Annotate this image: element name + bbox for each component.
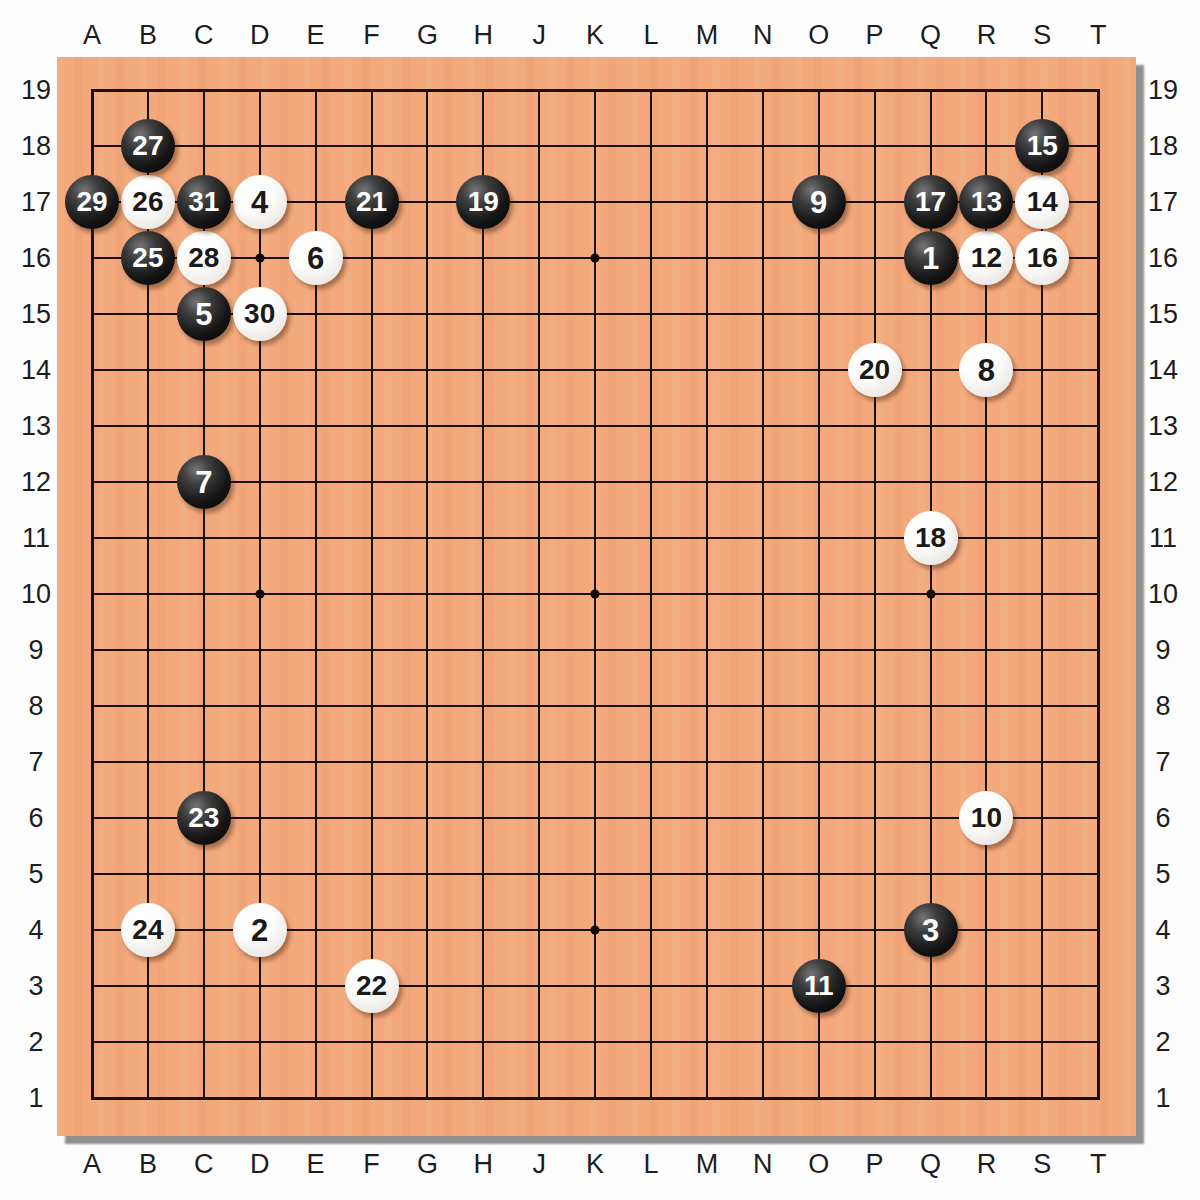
grid-line-vertical (650, 89, 652, 1100)
row-label-left-2: 2 (28, 1027, 43, 1058)
column-label-top-P: P (866, 20, 884, 51)
column-label-top-E: E (307, 20, 325, 51)
stone-white-18-Q11: 18 (904, 511, 958, 565)
grid-line-horizontal (91, 873, 1100, 875)
stone-white-10-R6: 10 (959, 791, 1013, 845)
stone-black-29-A17: 29 (65, 175, 119, 229)
star-point-D16 (255, 254, 264, 263)
go-board: 1234567891011121314151617181920212223242… (57, 57, 1136, 1136)
grid-line-horizontal (91, 1097, 1100, 1100)
row-label-left-13: 13 (21, 411, 51, 442)
stone-black-1-Q16: 1 (904, 231, 958, 285)
stone-white-12-R16: 12 (959, 231, 1013, 285)
column-label-bottom-D: D (250, 1149, 270, 1180)
column-label-top-R: R (977, 20, 997, 51)
stone-black-21-F17: 21 (345, 175, 399, 229)
stone-black-17-Q17: 17 (904, 175, 958, 229)
star-point-Q10 (926, 590, 935, 599)
grid-line-vertical (706, 89, 708, 1100)
column-label-bottom-N: N (753, 1149, 773, 1180)
row-label-right-5: 5 (1155, 859, 1170, 890)
row-label-right-7: 7 (1155, 747, 1170, 778)
column-label-bottom-R: R (977, 1149, 997, 1180)
grid-line-horizontal (91, 1041, 1100, 1043)
row-label-right-3: 3 (1155, 971, 1170, 1002)
row-label-left-18: 18 (21, 131, 51, 162)
stone-black-19-H17: 19 (456, 175, 510, 229)
grid-line-horizontal (91, 761, 1100, 763)
row-label-right-12: 12 (1148, 467, 1178, 498)
row-label-left-4: 4 (28, 915, 43, 946)
row-label-right-10: 10 (1148, 579, 1178, 610)
column-label-bottom-H: H (474, 1149, 494, 1180)
go-diagram-page: 1234567891011121314151617181920212223242… (0, 0, 1200, 1200)
stone-white-14-S17: 14 (1015, 175, 1069, 229)
row-label-left-14: 14 (21, 355, 51, 386)
row-label-left-7: 7 (28, 747, 43, 778)
stone-black-13-R17: 13 (959, 175, 1013, 229)
grid-line-vertical (1097, 89, 1100, 1100)
column-label-top-G: G (417, 20, 438, 51)
column-label-top-L: L (643, 20, 658, 51)
column-label-bottom-L: L (643, 1149, 658, 1180)
column-label-top-N: N (753, 20, 773, 51)
column-label-bottom-J: J (532, 1149, 546, 1180)
row-label-right-4: 4 (1155, 915, 1170, 946)
row-label-left-5: 5 (28, 859, 43, 890)
grid-line-horizontal (91, 705, 1100, 707)
column-label-bottom-B: B (139, 1149, 157, 1180)
grid-line-horizontal (91, 985, 1100, 987)
stone-white-22-F3: 22 (345, 959, 399, 1013)
column-label-top-H: H (474, 20, 494, 51)
stone-white-30-D15: 30 (233, 287, 287, 341)
stone-white-28-C16: 28 (177, 231, 231, 285)
stone-black-31-C17: 31 (177, 175, 231, 229)
star-point-K16 (591, 254, 600, 263)
row-label-left-9: 9 (28, 635, 43, 666)
column-label-top-S: S (1033, 20, 1051, 51)
stone-black-5-C15: 5 (177, 287, 231, 341)
row-label-right-2: 2 (1155, 1027, 1170, 1058)
row-label-right-14: 14 (1148, 355, 1178, 386)
column-label-top-O: O (808, 20, 829, 51)
row-label-right-16: 16 (1148, 243, 1178, 274)
column-label-bottom-S: S (1033, 1149, 1051, 1180)
stone-white-8-R14: 8 (959, 343, 1013, 397)
column-label-top-F: F (363, 20, 380, 51)
column-label-bottom-O: O (808, 1149, 829, 1180)
column-label-bottom-P: P (866, 1149, 884, 1180)
column-label-top-M: M (696, 20, 719, 51)
stone-black-25-B16: 25 (121, 231, 175, 285)
column-label-bottom-Q: Q (920, 1149, 941, 1180)
star-point-K4 (591, 926, 600, 935)
stone-white-2-D4: 2 (233, 903, 287, 957)
column-label-bottom-C: C (194, 1149, 214, 1180)
grid-line-horizontal (91, 817, 1100, 819)
row-label-left-3: 3 (28, 971, 43, 1002)
stone-black-15-S18: 15 (1015, 119, 1069, 173)
column-label-top-B: B (139, 20, 157, 51)
column-label-bottom-F: F (363, 1149, 380, 1180)
row-label-left-8: 8 (28, 691, 43, 722)
row-label-left-10: 10 (21, 579, 51, 610)
grid-line-vertical (818, 89, 820, 1100)
stone-black-27-B18: 27 (121, 119, 175, 173)
grid-line-vertical (762, 89, 764, 1100)
row-label-left-15: 15 (21, 299, 51, 330)
row-label-right-1: 1 (1155, 1083, 1170, 1114)
column-label-top-A: A (83, 20, 101, 51)
stone-black-11-O3: 11 (792, 959, 846, 1013)
row-label-right-17: 17 (1148, 187, 1178, 218)
star-point-K10 (591, 590, 600, 599)
stone-black-3-Q4: 3 (904, 903, 958, 957)
row-label-left-17: 17 (21, 187, 51, 218)
row-label-right-15: 15 (1148, 299, 1178, 330)
row-label-left-12: 12 (21, 467, 51, 498)
row-label-right-9: 9 (1155, 635, 1170, 666)
column-label-bottom-K: K (586, 1149, 604, 1180)
grid-line-vertical (874, 89, 876, 1100)
column-label-top-K: K (586, 20, 604, 51)
stone-white-6-E16: 6 (289, 231, 343, 285)
column-label-bottom-E: E (307, 1149, 325, 1180)
stone-white-20-P14: 20 (848, 343, 902, 397)
column-label-top-C: C (194, 20, 214, 51)
column-label-top-Q: Q (920, 20, 941, 51)
row-label-right-8: 8 (1155, 691, 1170, 722)
stone-black-9-O17: 9 (792, 175, 846, 229)
row-label-right-19: 19 (1148, 75, 1178, 106)
row-label-left-11: 11 (22, 523, 50, 554)
stone-white-4-D17: 4 (233, 175, 287, 229)
column-label-top-J: J (532, 20, 546, 51)
row-label-left-16: 16 (21, 243, 51, 274)
row-label-right-6: 6 (1155, 803, 1170, 834)
column-label-bottom-T: T (1090, 1149, 1107, 1180)
stone-black-7-C12: 7 (177, 455, 231, 509)
star-point-D10 (255, 590, 264, 599)
row-label-left-19: 19 (21, 75, 51, 106)
column-label-bottom-M: M (696, 1149, 719, 1180)
column-label-top-T: T (1090, 20, 1107, 51)
grid-line-horizontal (91, 649, 1100, 651)
row-label-left-1: 1 (28, 1083, 43, 1114)
stone-white-24-B4: 24 (121, 903, 175, 957)
row-label-right-18: 18 (1148, 131, 1178, 162)
stone-black-23-C6: 23 (177, 791, 231, 845)
stone-white-16-S16: 16 (1015, 231, 1069, 285)
column-label-bottom-A: A (83, 1149, 101, 1180)
row-label-right-11: 11 (1149, 523, 1177, 554)
column-label-bottom-G: G (417, 1149, 438, 1180)
column-label-top-D: D (250, 20, 270, 51)
row-label-left-6: 6 (28, 803, 43, 834)
row-label-right-13: 13 (1148, 411, 1178, 442)
stone-white-26-B17: 26 (121, 175, 175, 229)
